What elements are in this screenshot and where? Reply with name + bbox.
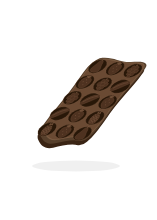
mold-tray (25, 56, 151, 152)
product-photo-svg: .fr{fill:#4e3220;stroke:#7d5a41;stroke-w… (0, 0, 157, 220)
mold-cavities (33, 58, 147, 142)
product-photo: .fr{fill:#4e3220;stroke:#7d5a41;stroke-w… (0, 0, 157, 220)
mold-shadow (32, 161, 120, 172)
